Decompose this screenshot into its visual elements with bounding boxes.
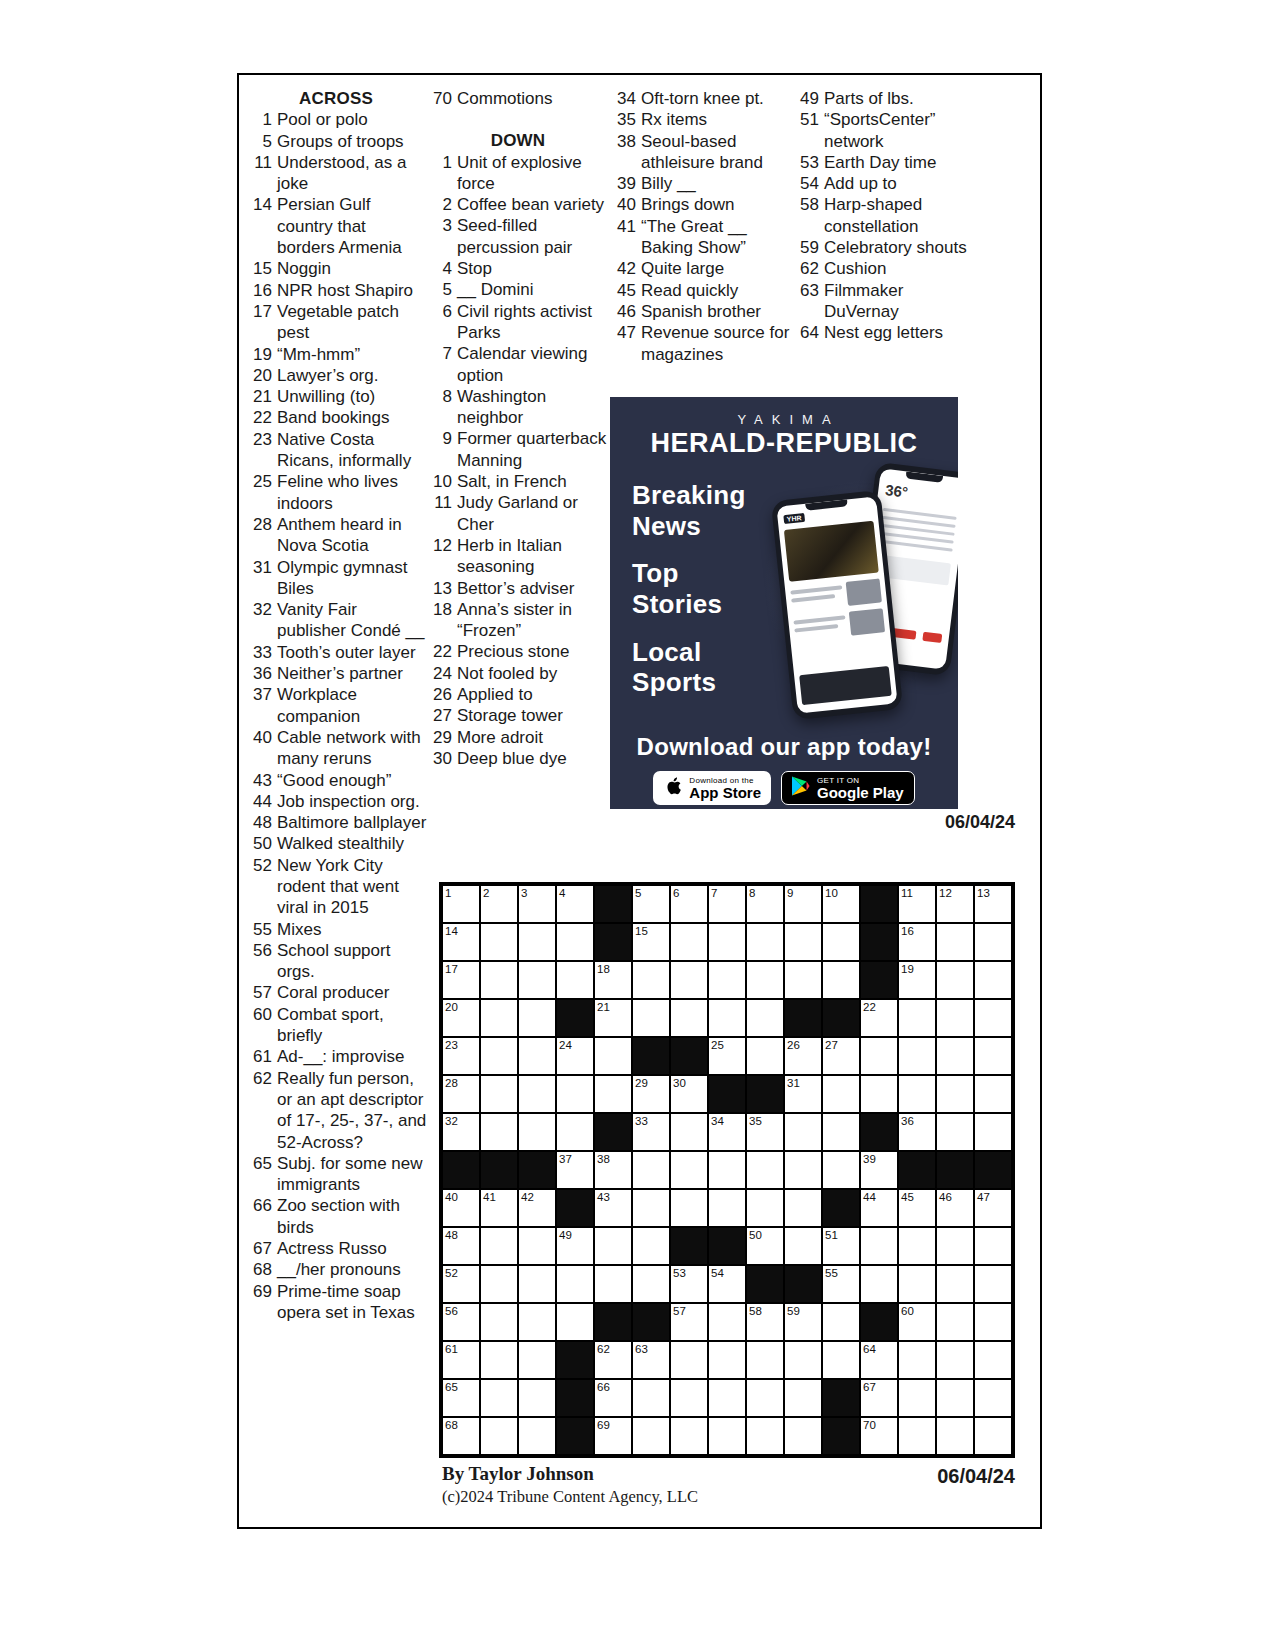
clue: 17Vegetable patch pest xyxy=(245,301,427,344)
clue-number: 28 xyxy=(245,514,277,557)
grid-cell[interactable]: 16 xyxy=(898,923,936,961)
grid-cell[interactable]: 56 xyxy=(442,1303,480,1341)
clue-number: 60 xyxy=(245,1004,277,1047)
grid-cell[interactable] xyxy=(708,1303,746,1341)
cell-number: 5 xyxy=(635,887,641,899)
grid-cell[interactable]: 51 xyxy=(822,1227,860,1265)
google-play-badge[interactable]: GET IT ON Google Play xyxy=(781,771,915,805)
grid-cell[interactable] xyxy=(480,1341,518,1379)
grid-cell[interactable]: 21 xyxy=(594,999,632,1037)
clue: 32Vanity Fair publisher Condé __ xyxy=(245,599,427,642)
clue: 56School support orgs. xyxy=(245,940,427,983)
clue-number: 39 xyxy=(609,173,641,194)
clue-text: __ Domini xyxy=(457,279,611,300)
grid-cell[interactable]: 50 xyxy=(746,1227,784,1265)
grid-cell[interactable]: 6 xyxy=(670,885,708,923)
grid-cell[interactable] xyxy=(974,1303,1012,1341)
grid-cell[interactable]: 37 xyxy=(556,1151,594,1189)
grid-cell[interactable] xyxy=(594,1265,632,1303)
clue: 14Persian Gulf country that borders Arme… xyxy=(245,194,427,258)
clue: 11Judy Garland or Cher xyxy=(425,492,611,535)
grid-cell[interactable] xyxy=(784,1341,822,1379)
grid-cell[interactable] xyxy=(480,1075,518,1113)
grid-cell[interactable]: 8 xyxy=(746,885,784,923)
clue-text: NPR host Shapiro xyxy=(277,280,427,301)
grid-cell[interactable]: 55 xyxy=(822,1265,860,1303)
grid-cell[interactable] xyxy=(518,1113,556,1151)
grid-cell[interactable] xyxy=(632,1227,670,1265)
grid-cell[interactable]: 38 xyxy=(594,1151,632,1189)
grid-cell[interactable] xyxy=(936,1303,974,1341)
grid-cell[interactable]: 53 xyxy=(670,1265,708,1303)
cell-number: 33 xyxy=(635,1115,648,1127)
grid-cell[interactable] xyxy=(556,1303,594,1341)
grid-cell-black xyxy=(556,1341,594,1379)
clue-text: Baltimore ballplayer xyxy=(277,812,427,833)
grid-cell[interactable] xyxy=(708,1341,746,1379)
clue-text: Cable network with many reruns xyxy=(277,727,427,770)
grid-cell[interactable] xyxy=(556,1113,594,1151)
grid-cell[interactable] xyxy=(746,1417,784,1455)
cell-number: 41 xyxy=(483,1191,496,1203)
grid-cell-black xyxy=(784,1265,822,1303)
news-row xyxy=(790,578,882,613)
grid-cell[interactable] xyxy=(974,1075,1012,1113)
grid-cell[interactable] xyxy=(936,1379,974,1417)
clue: 21Unwilling (to) xyxy=(245,386,427,407)
clue-text: Anthem heard in Nova Scotia xyxy=(277,514,427,557)
grid-cell[interactable] xyxy=(632,1189,670,1227)
grid-cell[interactable]: 47 xyxy=(974,1189,1012,1227)
grid-cell[interactable] xyxy=(746,1189,784,1227)
grid-cell[interactable] xyxy=(936,1113,974,1151)
grid-cell[interactable] xyxy=(708,923,746,961)
grid-cell[interactable] xyxy=(632,1151,670,1189)
grid-cell[interactable]: 13 xyxy=(974,885,1012,923)
clue-text: Earth Day time xyxy=(824,152,972,173)
grid-cell[interactable] xyxy=(898,1265,936,1303)
app-store-badge-label: App Store xyxy=(689,785,761,801)
clue: 54Add up to xyxy=(792,173,972,194)
grid-cell[interactable] xyxy=(480,1037,518,1075)
grid-cell[interactable] xyxy=(518,923,556,961)
grid-cell[interactable] xyxy=(632,999,670,1037)
grid-cell[interactable]: 26 xyxy=(784,1037,822,1075)
clue-text: Judy Garland or Cher xyxy=(457,492,611,535)
grid-cell[interactable] xyxy=(974,1037,1012,1075)
grid-cell[interactable]: 67 xyxy=(860,1379,898,1417)
clue: 64Nest egg letters xyxy=(792,322,972,343)
grid-cell-black xyxy=(708,1227,746,1265)
grid-cell[interactable]: 69 xyxy=(594,1417,632,1455)
google-play-icon xyxy=(792,776,810,800)
grid-cell[interactable] xyxy=(480,1265,518,1303)
grid-cell[interactable] xyxy=(518,999,556,1037)
grid-cell[interactable] xyxy=(670,1113,708,1151)
grid-cell[interactable]: 36 xyxy=(898,1113,936,1151)
clue: 57Coral producer xyxy=(245,982,427,1003)
grid-cell[interactable] xyxy=(898,1417,936,1455)
clue-number: 34 xyxy=(609,88,641,109)
clue: 43“Good enough” xyxy=(245,770,427,791)
grid-cell[interactable] xyxy=(632,1265,670,1303)
grid-cell[interactable]: 41 xyxy=(480,1189,518,1227)
grid-cell[interactable] xyxy=(898,1075,936,1113)
grid-cell[interactable] xyxy=(822,1113,860,1151)
grid-cell[interactable] xyxy=(974,961,1012,999)
grid-cell[interactable] xyxy=(898,1341,936,1379)
grid-cell[interactable] xyxy=(822,1075,860,1113)
cell-number: 63 xyxy=(635,1343,648,1355)
grid-cell[interactable] xyxy=(746,1341,784,1379)
grid-cell[interactable] xyxy=(556,923,594,961)
grid-cell[interactable] xyxy=(708,1417,746,1455)
grid-cell[interactable] xyxy=(670,1417,708,1455)
grid-cell[interactable] xyxy=(518,1037,556,1075)
grid-cell[interactable]: 34 xyxy=(708,1113,746,1151)
grid-cell-black xyxy=(898,1151,936,1189)
clue-text: Nest egg letters xyxy=(824,322,972,343)
grid-cell[interactable] xyxy=(670,999,708,1037)
grid-cell[interactable] xyxy=(708,1151,746,1189)
clue: 28Anthem heard in Nova Scotia xyxy=(245,514,427,557)
clue-text: Anna’s sister in “Frozen” xyxy=(457,599,611,642)
grid-cell[interactable]: 24 xyxy=(556,1037,594,1075)
grid-cell[interactable] xyxy=(936,1265,974,1303)
grid-cell[interactable]: 17 xyxy=(442,961,480,999)
grid-cell[interactable]: 42 xyxy=(518,1189,556,1227)
grid-cell[interactable] xyxy=(480,923,518,961)
grid-cell[interactable] xyxy=(556,961,594,999)
grid-cell[interactable]: 10 xyxy=(822,885,860,923)
grid-cell[interactable]: 44 xyxy=(860,1189,898,1227)
grid-cell[interactable]: 54 xyxy=(708,1265,746,1303)
grid-cell[interactable] xyxy=(898,999,936,1037)
grid-cell[interactable] xyxy=(708,961,746,999)
grid-cell[interactable] xyxy=(936,999,974,1037)
clue: 22Band bookings xyxy=(245,407,427,428)
grid-cell[interactable]: 23 xyxy=(442,1037,480,1075)
grid-cell[interactable] xyxy=(974,1265,1012,1303)
grid-cell[interactable]: 70 xyxy=(860,1417,898,1455)
cell-number: 58 xyxy=(749,1305,762,1317)
grid-cell[interactable]: 57 xyxy=(670,1303,708,1341)
cell-number: 1 xyxy=(445,887,451,899)
grid-cell[interactable]: 2 xyxy=(480,885,518,923)
grid-cell[interactable]: 18 xyxy=(594,961,632,999)
grid-cell-black xyxy=(746,1265,784,1303)
grid-cell[interactable] xyxy=(784,1227,822,1265)
cell-number: 6 xyxy=(673,887,679,899)
phone-notch xyxy=(805,499,848,510)
grid-cell[interactable] xyxy=(822,1303,860,1341)
grid-cell[interactable] xyxy=(860,1227,898,1265)
grid-cell[interactable] xyxy=(594,1075,632,1113)
grid-cell[interactable]: 35 xyxy=(746,1113,784,1151)
grid-cell[interactable] xyxy=(822,1151,860,1189)
clue-number: 8 xyxy=(425,386,457,429)
grid-cell[interactable]: 59 xyxy=(784,1303,822,1341)
grid-cell[interactable]: 20 xyxy=(442,999,480,1037)
clue: 58Harp-shaped constellation xyxy=(792,194,972,237)
grid-cell[interactable] xyxy=(898,1379,936,1417)
grid-cell[interactable] xyxy=(936,961,974,999)
grid-cell[interactable] xyxy=(632,961,670,999)
grid-cell[interactable] xyxy=(936,1341,974,1379)
cell-number: 45 xyxy=(901,1191,914,1203)
grid-cell[interactable] xyxy=(670,923,708,961)
grid-cell[interactable] xyxy=(480,1227,518,1265)
grid-cell[interactable] xyxy=(936,1417,974,1455)
grid-cell[interactable]: 29 xyxy=(632,1075,670,1113)
clue-text: Brings down xyxy=(641,194,793,215)
grid-cell[interactable] xyxy=(974,1113,1012,1151)
clue: 20Lawyer’s org. xyxy=(245,365,427,386)
cell-number: 53 xyxy=(673,1267,686,1279)
grid-cell[interactable] xyxy=(784,1113,822,1151)
grid-cell[interactable] xyxy=(974,1341,1012,1379)
grid-cell[interactable] xyxy=(746,923,784,961)
grid-cell[interactable] xyxy=(518,1341,556,1379)
grid-cell[interactable] xyxy=(632,1417,670,1455)
grid-cell-black xyxy=(632,1037,670,1075)
cell-number: 4 xyxy=(559,887,565,899)
grid-cell[interactable]: 28 xyxy=(442,1075,480,1113)
clue-text: Billy __ xyxy=(641,173,793,194)
grid-cell[interactable] xyxy=(784,961,822,999)
clue-number: 19 xyxy=(245,344,277,365)
clue-number: 9 xyxy=(425,428,457,471)
grid-cell-black xyxy=(556,1189,594,1227)
grid-cell[interactable]: 14 xyxy=(442,923,480,961)
grid-cell[interactable] xyxy=(784,1379,822,1417)
cell-number: 11 xyxy=(901,887,913,899)
grid-cell[interactable]: 15 xyxy=(632,923,670,961)
cell-number: 36 xyxy=(901,1115,914,1127)
clue-text: Deep blue dye xyxy=(457,748,611,769)
grid-cell[interactable] xyxy=(632,1379,670,1417)
grid-cell-black xyxy=(556,1379,594,1417)
app-store-badge[interactable]: Download on the App Store xyxy=(653,771,771,805)
grid-cell[interactable] xyxy=(822,961,860,999)
grid-cell[interactable] xyxy=(974,923,1012,961)
apple-icon xyxy=(663,775,682,801)
clue-text: Tooth’s outer layer xyxy=(277,642,427,663)
clue-text: Noggin xyxy=(277,258,427,279)
grid-cell[interactable] xyxy=(746,999,784,1037)
clue-text: Celebratory shouts xyxy=(824,237,972,258)
clue: 66Zoo section with birds xyxy=(245,1195,427,1238)
clue-text: Herb in Italian seasoning xyxy=(457,535,611,578)
ad-feature-local-sports: Local Sports xyxy=(632,637,746,698)
grid-cell[interactable]: 58 xyxy=(746,1303,784,1341)
grid-cell[interactable]: 11 xyxy=(898,885,936,923)
clue: 7Calendar viewing option xyxy=(425,343,611,386)
grid-cell[interactable]: 63 xyxy=(632,1341,670,1379)
grid-cell[interactable]: 68 xyxy=(442,1417,480,1455)
grid-cell[interactable] xyxy=(480,999,518,1037)
grid-cell[interactable] xyxy=(746,1151,784,1189)
grid-cell[interactable] xyxy=(746,1037,784,1075)
grid-cell[interactable] xyxy=(784,1417,822,1455)
grid-cell[interactable] xyxy=(480,961,518,999)
grid-cell[interactable]: 66 xyxy=(594,1379,632,1417)
cell-number: 51 xyxy=(825,1229,838,1241)
grid-cell[interactable]: 52 xyxy=(442,1265,480,1303)
grid-cell[interactable] xyxy=(860,1075,898,1113)
grid-cell[interactable] xyxy=(518,1379,556,1417)
grid-cell[interactable] xyxy=(974,999,1012,1037)
clue-text: Lawyer’s org. xyxy=(277,365,427,386)
cell-number: 43 xyxy=(597,1191,610,1203)
grid-cell[interactable]: 39 xyxy=(860,1151,898,1189)
grid-cell[interactable] xyxy=(784,1189,822,1227)
cell-number: 48 xyxy=(445,1229,458,1241)
grid-cell[interactable] xyxy=(518,961,556,999)
grid-cell[interactable] xyxy=(860,1037,898,1075)
grid-cell[interactable] xyxy=(708,1189,746,1227)
grid-cell[interactable] xyxy=(480,1417,518,1455)
cell-number: 8 xyxy=(749,887,755,899)
weather-temp: 36° xyxy=(884,481,909,501)
cell-number: 67 xyxy=(863,1381,876,1393)
grid-cell[interactable] xyxy=(518,1417,556,1455)
grid-cell[interactable]: 4 xyxy=(556,885,594,923)
grid-cell[interactable]: 30 xyxy=(670,1075,708,1113)
grid-cell[interactable] xyxy=(746,961,784,999)
grid-cell[interactable] xyxy=(480,1379,518,1417)
grid-cell[interactable] xyxy=(898,1227,936,1265)
grid-cell[interactable]: 62 xyxy=(594,1341,632,1379)
grid-cell[interactable] xyxy=(784,923,822,961)
grid-cell[interactable]: 65 xyxy=(442,1379,480,1417)
grid-cell[interactable]: 31 xyxy=(784,1075,822,1113)
clue-text: Ad-__: improvise xyxy=(277,1046,427,1067)
cell-number: 10 xyxy=(825,887,838,899)
grid-cell[interactable] xyxy=(746,1379,784,1417)
grid-cell[interactable]: 61 xyxy=(442,1341,480,1379)
grid-cell[interactable]: 33 xyxy=(632,1113,670,1151)
grid-cell[interactable] xyxy=(670,1189,708,1227)
grid-cell[interactable]: 27 xyxy=(822,1037,860,1075)
clue-number: 45 xyxy=(609,280,641,301)
grid-cell[interactable] xyxy=(518,1265,556,1303)
grid-cell[interactable] xyxy=(974,1417,1012,1455)
grid-cell[interactable]: 9 xyxy=(784,885,822,923)
grid-cell[interactable]: 1 xyxy=(442,885,480,923)
grid-cell-black xyxy=(746,1075,784,1113)
grid-cell[interactable] xyxy=(518,1227,556,1265)
grid-cell[interactable] xyxy=(556,1075,594,1113)
clue: 63Filmmaker DuVernay xyxy=(792,280,972,323)
app-promo-ad[interactable]: YAKIMA HERALD-REPUBLIC 36° xyxy=(610,397,958,809)
clue: 39Billy __ xyxy=(609,173,793,194)
grid-cell-black xyxy=(974,1151,1012,1189)
grid-cell[interactable]: 45 xyxy=(898,1189,936,1227)
grid-cell[interactable]: 3 xyxy=(518,885,556,923)
grid-cell[interactable] xyxy=(936,1227,974,1265)
clue: 24Not fooled by xyxy=(425,663,611,684)
grid-cell[interactable] xyxy=(594,1037,632,1075)
grid-cell[interactable] xyxy=(480,1303,518,1341)
clue-number: 50 xyxy=(245,833,277,854)
clue-number: 1 xyxy=(245,109,277,130)
grid-cell[interactable]: 40 xyxy=(442,1189,480,1227)
grid-cell[interactable] xyxy=(936,1037,974,1075)
grid-cell[interactable]: 25 xyxy=(708,1037,746,1075)
grid-cell[interactable] xyxy=(936,1075,974,1113)
clue: 33Tooth’s outer layer xyxy=(245,642,427,663)
grid-cell[interactable] xyxy=(670,961,708,999)
grid-cell[interactable]: 19 xyxy=(898,961,936,999)
crossword-grid[interactable]: 1234567891011121314151617181920212223242… xyxy=(439,882,1015,1458)
grid-cell[interactable] xyxy=(518,1075,556,1113)
clue-text: Zoo section with birds xyxy=(277,1195,427,1238)
grid-cell[interactable] xyxy=(784,1151,822,1189)
grid-cell[interactable] xyxy=(480,1113,518,1151)
grid-cell[interactable]: 49 xyxy=(556,1227,594,1265)
grid-cell[interactable] xyxy=(670,1151,708,1189)
grid-cell-black xyxy=(860,961,898,999)
cell-number: 59 xyxy=(787,1305,800,1317)
grid-cell[interactable]: 48 xyxy=(442,1227,480,1265)
grid-cell[interactable]: 5 xyxy=(632,885,670,923)
clue-text: Parts of lbs. xyxy=(824,88,972,109)
grid-cell[interactable]: 43 xyxy=(594,1189,632,1227)
grid-cell[interactable] xyxy=(898,1037,936,1075)
grid-cell[interactable] xyxy=(822,1341,860,1379)
clue-number: 24 xyxy=(425,663,457,684)
grid-cell[interactable] xyxy=(974,1227,1012,1265)
clue: 10Salt, in French xyxy=(425,471,611,492)
clue-number: 17 xyxy=(245,301,277,344)
clue: 5__ Domini xyxy=(425,279,611,300)
grid-cell[interactable] xyxy=(936,923,974,961)
clue-text: Commotions xyxy=(457,88,611,109)
clue-text: Not fooled by xyxy=(457,663,611,684)
grid-cell[interactable] xyxy=(518,1303,556,1341)
grid-cell[interactable] xyxy=(974,1379,1012,1417)
grid-cell[interactable]: 7 xyxy=(708,885,746,923)
clue-number: 47 xyxy=(609,322,641,365)
grid-cell[interactable] xyxy=(670,1379,708,1417)
clue-text: “SportsCenter” network xyxy=(824,109,972,152)
grid-cell[interactable]: 64 xyxy=(860,1341,898,1379)
clue: 6Civil rights activist Parks xyxy=(425,301,611,344)
grid-cell[interactable] xyxy=(556,1265,594,1303)
clue: 23Native Costa Ricans, informally xyxy=(245,429,427,472)
grid-cell[interactable]: 32 xyxy=(442,1113,480,1151)
grid-cell[interactable]: 60 xyxy=(898,1303,936,1341)
cell-number: 32 xyxy=(445,1115,458,1127)
grid-cell[interactable] xyxy=(670,1341,708,1379)
cell-number: 24 xyxy=(559,1039,572,1051)
clue-text: Revenue source for magazines xyxy=(641,322,793,365)
clue-number: 36 xyxy=(245,663,277,684)
grid-cell[interactable]: 22 xyxy=(860,999,898,1037)
grid-cell[interactable] xyxy=(822,923,860,961)
clue-text: Rx items xyxy=(641,109,793,130)
grid-cell[interactable]: 46 xyxy=(936,1189,974,1227)
grid-cell[interactable] xyxy=(860,1265,898,1303)
grid-cell[interactable] xyxy=(708,999,746,1037)
grid-cell[interactable]: 12 xyxy=(936,885,974,923)
clue-text: Workplace companion xyxy=(277,684,427,727)
grid-cell-black xyxy=(594,1303,632,1341)
grid-cell[interactable] xyxy=(594,1227,632,1265)
grid-cell[interactable] xyxy=(708,1379,746,1417)
clue: 36Neither’s partner xyxy=(245,663,427,684)
